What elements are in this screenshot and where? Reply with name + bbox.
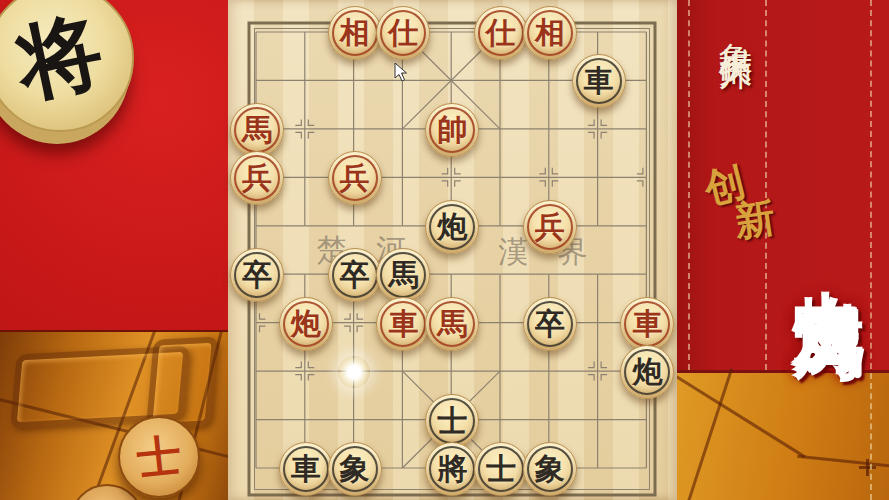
piece-black-炮[interactable]: 炮 — [620, 345, 674, 399]
piece-black-士[interactable]: 士 — [425, 394, 479, 448]
piece-char: 炮 — [632, 357, 662, 387]
stitch-line — [688, 0, 690, 370]
piece-char: 相 — [340, 18, 370, 48]
piece-char: 士 — [486, 454, 516, 484]
piece-black-卒[interactable]: 卒 — [328, 248, 382, 302]
piece-char: 象 — [340, 454, 370, 484]
piece-char: 卒 — [340, 260, 370, 290]
piece-black-炮[interactable]: 炮 — [425, 200, 479, 254]
piece-red-炮[interactable]: 炮 — [279, 297, 333, 351]
piece-red-車[interactable]: 車 — [376, 297, 430, 351]
piece-char: 車 — [584, 66, 614, 96]
piece-black-士[interactable]: 士 — [474, 442, 528, 496]
left-orange-scene: 士 — [0, 330, 228, 500]
piece-red-兵[interactable]: 兵 — [523, 200, 577, 254]
badge-char-2: 新 — [731, 189, 778, 249]
piece-char: 象 — [535, 454, 565, 484]
piece-char: 兵 — [340, 163, 370, 193]
piece-char: 仕 — [486, 18, 516, 48]
piece-black-象[interactable]: 象 — [523, 442, 577, 496]
piece-char: 馬 — [388, 260, 418, 290]
piece-black-象[interactable]: 象 — [328, 442, 382, 496]
piece-black-將[interactable]: 將 — [425, 442, 479, 496]
piece-black-卒[interactable]: 卒 — [230, 248, 284, 302]
piece-char: 仕 — [388, 18, 418, 48]
piece-black-馬[interactable]: 馬 — [376, 248, 430, 302]
piece-red-帥[interactable]: 帥 — [425, 103, 479, 157]
piece-red-相[interactable]: 相 — [328, 6, 382, 60]
piece-char: 兵 — [535, 212, 565, 242]
right-decor-panel: 象棋大师 创 新 中炮对屏风马 — [677, 0, 889, 500]
piece-char: 馬 — [437, 309, 467, 339]
piece-char: 卒 — [242, 260, 272, 290]
piece-char: 車 — [291, 454, 321, 484]
piece-red-兵[interactable]: 兵 — [328, 151, 382, 205]
general-piece-char: 将 — [7, 0, 113, 122]
piece-char: 馬 — [242, 115, 272, 145]
advisor-piece-char: 士 — [134, 425, 184, 488]
piece-black-卒[interactable]: 卒 — [523, 297, 577, 351]
piece-red-兵[interactable]: 兵 — [230, 151, 284, 205]
piece-red-馬[interactable]: 馬 — [425, 297, 479, 351]
left-decor-panel: 将 士 — [0, 0, 228, 500]
piece-char: 將 — [437, 454, 467, 484]
series-title: 象棋大师 — [713, 16, 759, 36]
piece-char: 相 — [535, 18, 565, 48]
advisor-piece-photo: 士 — [118, 416, 200, 498]
app-window: 将 士 楚 河 漢 界 相仕仕相車馬帥兵兵炮兵卒卒馬炮車馬卒車炮士車象將士象 — [0, 0, 889, 500]
piece-char: 車 — [388, 309, 418, 339]
piece-black-車[interactable]: 車 — [279, 442, 333, 496]
piece-red-車[interactable]: 車 — [620, 297, 674, 351]
piece-black-車[interactable]: 車 — [572, 54, 626, 108]
mouse-cursor-icon — [394, 62, 410, 82]
xiangqi-board: 楚 河 漢 界 相仕仕相車馬帥兵兵炮兵卒卒馬炮車馬卒車炮士車象將士象 — [228, 0, 677, 500]
piece-red-馬[interactable]: 馬 — [230, 103, 284, 157]
piece-char: 兵 — [242, 163, 272, 193]
stitch-line — [765, 0, 767, 370]
piece-char: 士 — [437, 406, 467, 436]
piece-char: 炮 — [437, 212, 467, 242]
piece-red-相[interactable]: 相 — [523, 6, 577, 60]
piece-char: 帥 — [437, 115, 467, 145]
pieces-layer: 相仕仕相車馬帥兵兵炮兵卒卒馬炮車馬卒車炮士車象將士象 — [228, 0, 677, 500]
piece-char: 卒 — [535, 309, 565, 339]
piece-char: 車 — [632, 309, 662, 339]
piece-char: 炮 — [291, 309, 321, 339]
piece-red-仕[interactable]: 仕 — [474, 6, 528, 60]
main-title: 中炮对屏风马 — [777, 0, 881, 500]
piece-red-仕[interactable]: 仕 — [376, 6, 430, 60]
